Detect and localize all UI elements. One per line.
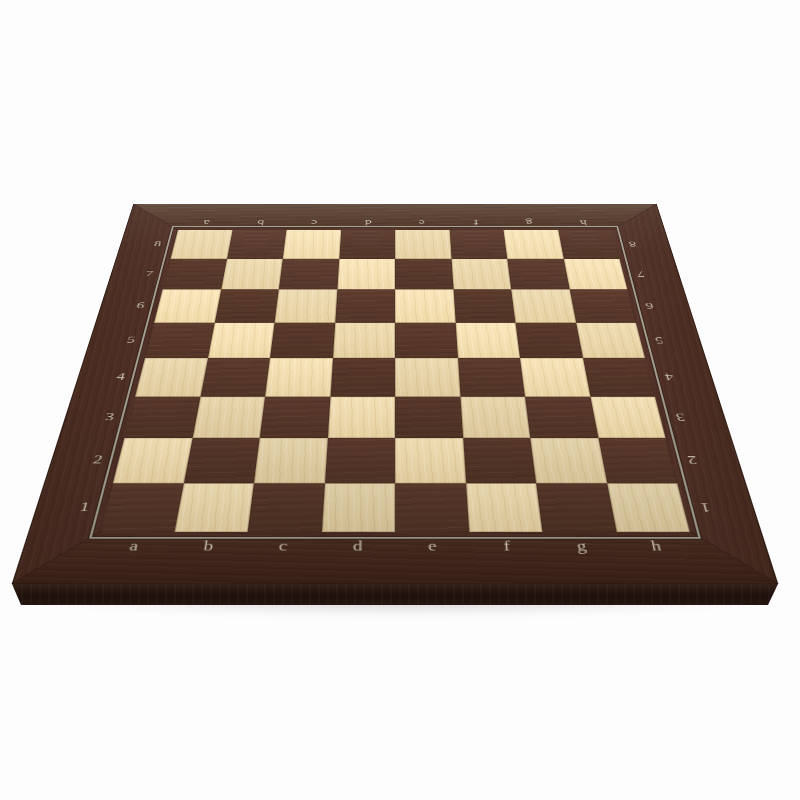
square-f8 [449, 230, 507, 259]
square-h8 [558, 230, 620, 259]
square-g4 [520, 358, 590, 396]
square-a8 [171, 230, 233, 259]
file-label-b-top: b [257, 219, 265, 226]
square-a1 [100, 483, 183, 532]
file-label-c-bottom: c [278, 540, 288, 553]
square-h2 [598, 438, 677, 483]
square-c1 [248, 483, 325, 532]
square-e2 [395, 438, 466, 483]
square-g2 [530, 438, 606, 483]
square-h6 [569, 289, 636, 322]
square-d7 [337, 259, 395, 290]
square-f7 [451, 259, 511, 290]
square-c2 [254, 438, 327, 483]
square-d8 [339, 230, 395, 259]
square-a6 [154, 289, 221, 322]
square-c7 [279, 259, 339, 290]
square-e1 [395, 483, 469, 532]
square-e8 [395, 230, 451, 259]
square-c5 [270, 322, 335, 358]
square-b4 [200, 358, 270, 396]
file-label-f-top: f [473, 219, 478, 226]
square-h3 [590, 396, 666, 438]
square-b5 [208, 322, 275, 358]
square-e4 [395, 358, 460, 396]
square-b2 [183, 438, 259, 483]
file-label-e-top: e [419, 219, 425, 226]
square-g1 [536, 483, 616, 532]
file-label-f-bottom: f [503, 540, 511, 553]
square-f4 [458, 358, 525, 396]
square-h7 [563, 259, 627, 290]
square-e7 [395, 259, 453, 290]
square-f2 [463, 438, 536, 483]
square-b3 [192, 396, 265, 438]
square-e3 [395, 396, 463, 438]
playfield [100, 230, 690, 532]
square-e5 [395, 322, 458, 358]
square-a4 [135, 358, 207, 396]
square-g6 [511, 289, 575, 322]
square-b6 [214, 289, 278, 322]
file-label-d-bottom: d [353, 540, 363, 553]
square-h1 [607, 483, 690, 532]
file-label-d-top: d [365, 219, 372, 226]
square-c4 [265, 358, 332, 396]
square-f6 [453, 289, 515, 322]
square-d1 [321, 483, 395, 532]
board-3d-wrapper: aabbccddeeffgghh8877665544332211 [12, 204, 779, 585]
square-h5 [576, 322, 645, 358]
file-label-e-bottom: e [428, 540, 437, 553]
square-g5 [515, 322, 582, 358]
square-a5 [145, 322, 214, 358]
square-c8 [283, 230, 341, 259]
file-label-h-top: h [579, 219, 587, 226]
file-label-g-bottom: g [576, 540, 588, 553]
square-d3 [327, 396, 395, 438]
square-a7 [163, 259, 227, 290]
square-h4 [583, 358, 655, 396]
chessboard-photo: aabbccddeeffgghh8877665544332211 [0, 0, 800, 800]
square-a3 [124, 396, 200, 438]
square-f1 [466, 483, 543, 532]
square-d4 [330, 358, 395, 396]
board-face: aabbccddeeffgghh8877665544332211 [12, 204, 779, 585]
square-d2 [324, 438, 395, 483]
square-g7 [507, 259, 569, 290]
square-c3 [260, 396, 330, 438]
square-f5 [455, 322, 520, 358]
square-g3 [525, 396, 598, 438]
square-a2 [113, 438, 192, 483]
square-g8 [504, 230, 564, 259]
file-label-c-top: c [311, 219, 318, 226]
square-b8 [227, 230, 287, 259]
square-e6 [395, 289, 455, 322]
square-f3 [460, 396, 530, 438]
square-d5 [333, 322, 396, 358]
square-c6 [275, 289, 337, 322]
file-label-g-top: g [525, 219, 533, 226]
square-b7 [221, 259, 283, 290]
frame-band-bottom [12, 532, 779, 584]
square-d6 [335, 289, 395, 322]
board-side-face [12, 584, 778, 605]
square-b1 [174, 483, 254, 532]
